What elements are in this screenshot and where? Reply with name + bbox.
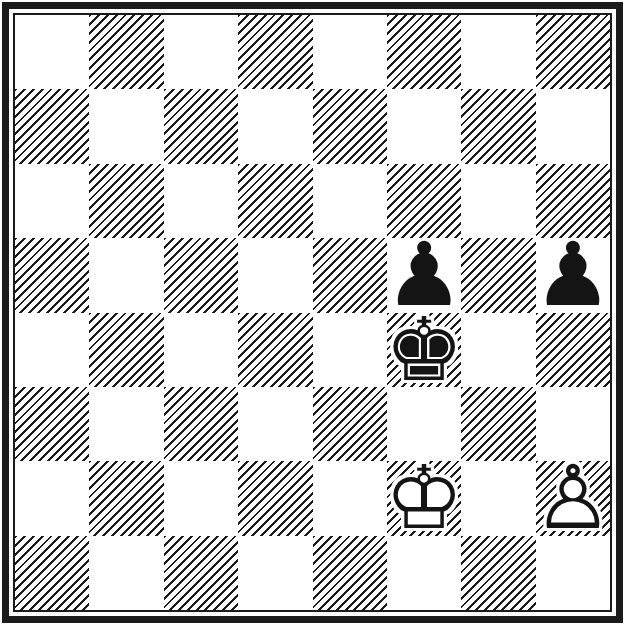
square-d3[interactable] [238, 387, 312, 461]
piece-glyph: ♟ [387, 238, 461, 312]
square-g1[interactable] [461, 536, 535, 610]
square-g4[interactable] [461, 313, 535, 387]
square-e6[interactable] [313, 164, 387, 238]
square-f8[interactable] [387, 15, 461, 89]
board-inner-rule: ♟♟♟♟♚♚♚♔♟♙ [13, 13, 612, 612]
square-e4[interactable] [313, 313, 387, 387]
piece-halo-fill: ♟ [536, 238, 610, 312]
square-c5[interactable] [164, 238, 238, 312]
square-a4[interactable] [15, 313, 89, 387]
piece-glyph: ♙ [536, 461, 610, 535]
square-f7[interactable] [387, 89, 461, 163]
square-b5[interactable] [89, 238, 163, 312]
square-g7[interactable] [461, 89, 535, 163]
square-h6[interactable] [536, 164, 610, 238]
piece-halo-fill: ♟ [387, 238, 461, 312]
square-f5[interactable]: ♟♟ [387, 238, 461, 312]
square-c7[interactable] [164, 89, 238, 163]
piece-halo-fill: ♚ [387, 461, 461, 535]
chess-diagram: ♟♟♟♟♚♚♚♔♟♙ [0, 0, 625, 625]
square-d5[interactable] [238, 238, 312, 312]
square-d1[interactable] [238, 536, 312, 610]
square-e5[interactable] [313, 238, 387, 312]
square-b6[interactable] [89, 164, 163, 238]
square-f4[interactable]: ♚♚ [387, 313, 461, 387]
square-f6[interactable] [387, 164, 461, 238]
square-c8[interactable] [164, 15, 238, 89]
piece-black-king[interactable]: ♚♚ [387, 313, 461, 387]
square-e1[interactable] [313, 536, 387, 610]
piece-black-pawn[interactable]: ♟♟ [387, 238, 461, 312]
piece-halo-fill: ♟ [536, 461, 610, 535]
square-b8[interactable] [89, 15, 163, 89]
square-a1[interactable] [15, 536, 89, 610]
piece-glyph: ♚ [387, 313, 461, 387]
square-b4[interactable] [89, 313, 163, 387]
square-e7[interactable] [313, 89, 387, 163]
square-d4[interactable] [238, 313, 312, 387]
square-b3[interactable] [89, 387, 163, 461]
square-h3[interactable] [536, 387, 610, 461]
square-h2[interactable]: ♟♙ [536, 461, 610, 535]
square-d8[interactable] [238, 15, 312, 89]
square-h7[interactable] [536, 89, 610, 163]
square-c1[interactable] [164, 536, 238, 610]
square-g2[interactable] [461, 461, 535, 535]
square-d7[interactable] [238, 89, 312, 163]
board-frame: ♟♟♟♟♚♚♚♔♟♙ [2, 2, 623, 623]
square-c6[interactable] [164, 164, 238, 238]
piece-white-king[interactable]: ♚♔ [387, 461, 461, 535]
square-c4[interactable] [164, 313, 238, 387]
square-h5[interactable]: ♟♟ [536, 238, 610, 312]
square-a6[interactable] [15, 164, 89, 238]
square-f2[interactable]: ♚♔ [387, 461, 461, 535]
square-a8[interactable] [15, 15, 89, 89]
square-d6[interactable] [238, 164, 312, 238]
square-c3[interactable] [164, 387, 238, 461]
square-a5[interactable] [15, 238, 89, 312]
piece-halo-fill: ♚ [387, 313, 461, 387]
square-b1[interactable] [89, 536, 163, 610]
piece-glyph: ♔ [387, 461, 461, 535]
square-c2[interactable] [164, 461, 238, 535]
square-a2[interactable] [15, 461, 89, 535]
square-f1[interactable] [387, 536, 461, 610]
piece-glyph: ♟ [536, 238, 610, 312]
square-g3[interactable] [461, 387, 535, 461]
piece-white-pawn[interactable]: ♟♙ [536, 461, 610, 535]
square-g8[interactable] [461, 15, 535, 89]
chess-board: ♟♟♟♟♚♚♚♔♟♙ [15, 15, 610, 610]
square-b7[interactable] [89, 89, 163, 163]
square-h4[interactable] [536, 313, 610, 387]
square-a3[interactable] [15, 387, 89, 461]
square-e8[interactable] [313, 15, 387, 89]
square-e3[interactable] [313, 387, 387, 461]
square-a7[interactable] [15, 89, 89, 163]
square-f3[interactable] [387, 387, 461, 461]
piece-black-pawn[interactable]: ♟♟ [536, 238, 610, 312]
square-g6[interactable] [461, 164, 535, 238]
square-b2[interactable] [89, 461, 163, 535]
square-g5[interactable] [461, 238, 535, 312]
square-d2[interactable] [238, 461, 312, 535]
square-e2[interactable] [313, 461, 387, 535]
square-h8[interactable] [536, 15, 610, 89]
square-h1[interactable] [536, 536, 610, 610]
